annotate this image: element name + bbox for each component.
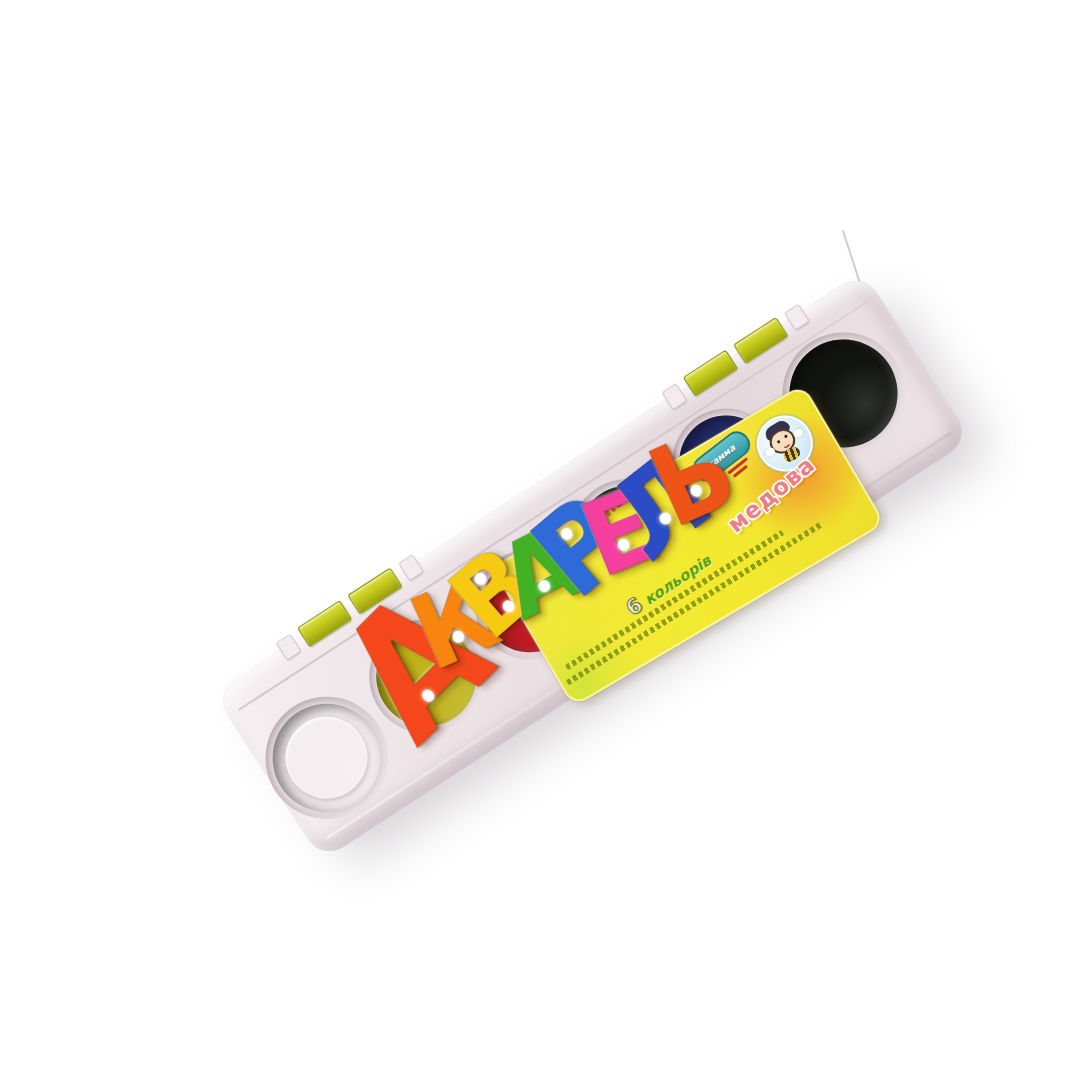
product-photo: ЛЮКС гамма медова 6 кольорів А [0,0,1080,1080]
product-title: А К В А Р Е [213,271,972,861]
paint-box-case: ЛЮКС гамма медова 6 кольорів А [213,271,972,861]
